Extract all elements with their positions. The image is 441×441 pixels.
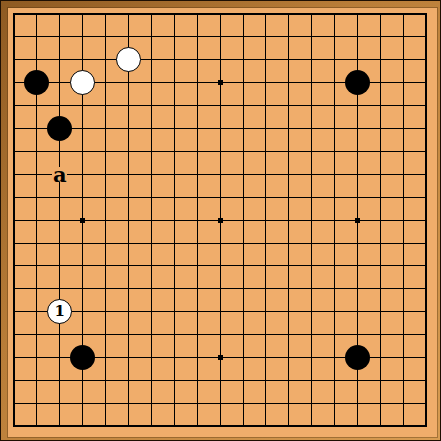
grid-line-horizontal xyxy=(13,425,427,427)
board-layers: a1 xyxy=(0,0,441,441)
point-label-a: a xyxy=(48,163,71,186)
black-stone[interactable] xyxy=(70,345,95,370)
star-point xyxy=(218,218,223,223)
grid-line-horizontal xyxy=(13,334,427,335)
grid-line-horizontal xyxy=(13,288,427,289)
grid-line-vertical xyxy=(380,13,381,427)
grid-line-horizontal xyxy=(13,265,427,266)
black-stone[interactable] xyxy=(345,345,370,370)
white-stone[interactable] xyxy=(70,70,95,95)
grid-line-vertical xyxy=(403,13,404,427)
go-board: a1 xyxy=(0,0,441,441)
white-stone[interactable] xyxy=(116,47,141,72)
grid-line-vertical xyxy=(425,13,427,427)
black-stone[interactable] xyxy=(47,116,72,141)
grid-line-horizontal xyxy=(13,403,427,404)
black-stone[interactable] xyxy=(24,70,49,95)
grid-line-vertical xyxy=(334,13,335,427)
grid-line-horizontal xyxy=(13,311,427,312)
grid-line-vertical xyxy=(288,13,289,427)
grid-line-horizontal xyxy=(13,380,427,381)
star-point xyxy=(355,218,360,223)
white-stone[interactable]: 1 xyxy=(47,299,72,324)
stone-move-number: 1 xyxy=(55,304,65,319)
grid-line-vertical xyxy=(265,13,266,427)
star-point xyxy=(218,355,223,360)
grid-line-vertical xyxy=(311,13,312,427)
star-point xyxy=(80,218,85,223)
grid-line-horizontal xyxy=(13,243,427,244)
black-stone[interactable] xyxy=(345,70,370,95)
grid-line-vertical xyxy=(243,13,244,427)
star-point xyxy=(218,80,223,85)
